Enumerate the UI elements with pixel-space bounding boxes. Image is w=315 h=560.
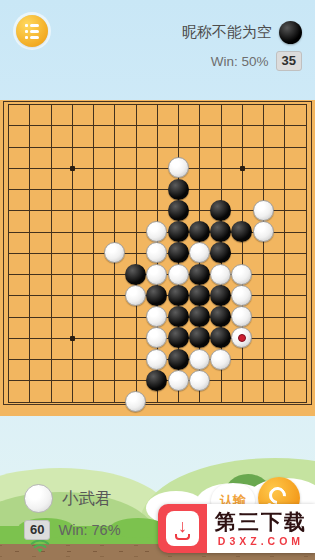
stone-white	[189, 242, 210, 263]
stone-white	[146, 306, 167, 327]
stone-white	[189, 370, 210, 391]
watermark-logo-box: ↓	[158, 504, 207, 553]
opponent-score-badge: 35	[276, 51, 302, 71]
opponent-name: 昵称不能为空	[182, 23, 272, 42]
stone-white	[104, 242, 125, 263]
stone-white	[146, 264, 167, 285]
stone-black	[189, 264, 210, 285]
stone-black	[210, 221, 231, 242]
stone-black	[146, 370, 167, 391]
stone-black	[231, 221, 252, 242]
stone-white	[231, 306, 252, 327]
stone-white	[189, 349, 210, 370]
watermark-domain: D3XZ.COM	[218, 535, 304, 547]
player-info: 小武君 60 Win: 76%	[24, 484, 121, 540]
stone-white	[125, 285, 146, 306]
stone-white	[231, 264, 252, 285]
player-score-badge: 60	[24, 520, 50, 540]
stone-black	[210, 285, 231, 306]
stone-white	[253, 200, 274, 221]
coin-list-icon	[25, 24, 39, 39]
stone-white	[146, 221, 167, 242]
stone-black	[168, 200, 189, 221]
stone-black	[189, 285, 210, 306]
stone-black	[210, 200, 231, 221]
player-white-stone-avatar	[24, 484, 53, 513]
stone-black	[168, 221, 189, 242]
stone-white	[168, 264, 189, 285]
stone-white	[253, 221, 274, 242]
watermark-title: 第三下载	[215, 510, 307, 534]
stone-black	[189, 306, 210, 327]
board-grid[interactable]	[8, 104, 306, 402]
stone-white	[231, 327, 252, 348]
stone-white	[168, 157, 189, 178]
stone-white	[146, 242, 167, 263]
download-tray-icon	[175, 534, 190, 540]
stone-white	[146, 327, 167, 348]
player-name: 小武君	[62, 488, 112, 510]
stone-white	[146, 349, 167, 370]
download-arrow-icon: ↓	[178, 518, 187, 534]
stone-black	[168, 285, 189, 306]
stone-white	[168, 370, 189, 391]
stone-black	[189, 327, 210, 348]
stone-white	[231, 285, 252, 306]
player-win-rate: Win: 76%	[58, 522, 120, 538]
stone-white	[210, 264, 231, 285]
app-screen: 昵称不能为空 Win: 50% 35 小武君 60 Win: 76%	[0, 0, 315, 560]
stone-black	[168, 306, 189, 327]
stone-black	[210, 306, 231, 327]
opponent-win-rate: Win: 50%	[211, 54, 269, 69]
stone-black	[210, 327, 231, 348]
stone-black	[168, 179, 189, 200]
stone-black	[210, 242, 231, 263]
stone-black	[168, 349, 189, 370]
stone-black	[189, 221, 210, 242]
stone-black	[146, 285, 167, 306]
coins-menu-button[interactable]	[16, 15, 48, 47]
stone-black	[125, 264, 146, 285]
stone-white	[125, 391, 146, 412]
opponent-info: 昵称不能为空 Win: 50% 35	[182, 21, 302, 71]
stone-black	[168, 327, 189, 348]
gomoku-board[interactable]	[0, 100, 315, 416]
stone-white	[210, 349, 231, 370]
opponent-black-stone-avatar	[279, 21, 302, 44]
last-move-marker	[238, 334, 246, 342]
download-watermark[interactable]: ↓ 第三下载 D3XZ.COM	[158, 504, 315, 553]
stone-black	[168, 242, 189, 263]
